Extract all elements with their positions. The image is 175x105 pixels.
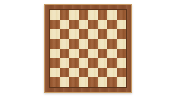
square-e8[interactable] [88, 10, 98, 20]
chessboard-grid [50, 10, 126, 87]
square-c1[interactable] [69, 77, 79, 87]
square-g4[interactable] [107, 49, 117, 59]
square-c3[interactable] [69, 58, 79, 68]
square-f6[interactable] [98, 29, 108, 39]
square-d7[interactable] [79, 20, 89, 30]
square-a1[interactable] [50, 77, 60, 87]
square-e4[interactable] [88, 49, 98, 59]
square-d6[interactable] [79, 29, 89, 39]
square-g8[interactable] [107, 10, 117, 20]
square-e7[interactable] [88, 20, 98, 30]
photo-background [0, 0, 175, 105]
square-e6[interactable] [88, 29, 98, 39]
square-h5[interactable] [117, 39, 127, 49]
square-a5[interactable] [50, 39, 60, 49]
square-a4[interactable] [50, 49, 60, 59]
square-b4[interactable] [60, 49, 70, 59]
square-g6[interactable] [107, 29, 117, 39]
square-h6[interactable] [117, 29, 127, 39]
square-e2[interactable] [88, 68, 98, 78]
square-b1[interactable] [60, 77, 70, 87]
square-b8[interactable] [60, 10, 70, 20]
square-g1[interactable] [107, 77, 117, 87]
square-g5[interactable] [107, 39, 117, 49]
square-e1[interactable] [88, 77, 98, 87]
square-f8[interactable] [98, 10, 108, 20]
square-b5[interactable] [60, 39, 70, 49]
square-h4[interactable] [117, 49, 127, 59]
square-f5[interactable] [98, 39, 108, 49]
square-d4[interactable] [79, 49, 89, 59]
square-c6[interactable] [69, 29, 79, 39]
square-h3[interactable] [117, 58, 127, 68]
square-a2[interactable] [50, 68, 60, 78]
square-a7[interactable] [50, 20, 60, 30]
square-e5[interactable] [88, 39, 98, 49]
square-d2[interactable] [79, 68, 89, 78]
square-f7[interactable] [98, 20, 108, 30]
square-d5[interactable] [79, 39, 89, 49]
square-g2[interactable] [107, 68, 117, 78]
square-d1[interactable] [79, 77, 89, 87]
square-g7[interactable] [107, 20, 117, 30]
square-f2[interactable] [98, 68, 108, 78]
square-g3[interactable] [107, 58, 117, 68]
square-f3[interactable] [98, 58, 108, 68]
chessboard [44, 4, 132, 93]
square-a3[interactable] [50, 58, 60, 68]
square-a6[interactable] [50, 29, 60, 39]
square-c2[interactable] [69, 68, 79, 78]
square-h2[interactable] [117, 68, 127, 78]
square-b2[interactable] [60, 68, 70, 78]
square-h7[interactable] [117, 20, 127, 30]
square-b7[interactable] [60, 20, 70, 30]
square-c4[interactable] [69, 49, 79, 59]
square-f4[interactable] [98, 49, 108, 59]
square-e3[interactable] [88, 58, 98, 68]
square-d3[interactable] [79, 58, 89, 68]
square-b6[interactable] [60, 29, 70, 39]
square-h8[interactable] [117, 10, 127, 20]
square-h1[interactable] [117, 77, 127, 87]
square-b3[interactable] [60, 58, 70, 68]
square-f1[interactable] [98, 77, 108, 87]
square-c5[interactable] [69, 39, 79, 49]
square-c7[interactable] [69, 20, 79, 30]
square-d8[interactable] [79, 10, 89, 20]
square-a8[interactable] [50, 10, 60, 20]
square-c8[interactable] [69, 10, 79, 20]
